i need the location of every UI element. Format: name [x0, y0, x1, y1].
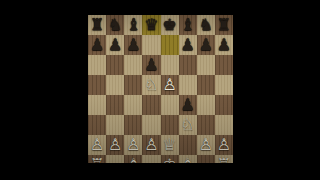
- square-h8[interactable]: ♜: [215, 15, 233, 35]
- square-d6[interactable]: ♟: [142, 55, 160, 75]
- square-f3[interactable]: ♘: [179, 115, 197, 135]
- piece-white-queen[interactable]: ♕: [161, 135, 179, 155]
- piece-white-pawn[interactable]: ♙: [142, 135, 160, 155]
- square-h6[interactable]: [215, 55, 233, 75]
- square-f1[interactable]: ♗: [179, 155, 197, 163]
- square-a3[interactable]: [88, 115, 106, 135]
- piece-black-queen[interactable]: ♛: [142, 15, 160, 35]
- square-e6[interactable]: [161, 55, 179, 75]
- square-b6[interactable]: [106, 55, 124, 75]
- piece-white-bishop[interactable]: ♗: [124, 155, 142, 163]
- square-c1[interactable]: ♗: [124, 155, 142, 163]
- square-f4[interactable]: ♟: [179, 95, 197, 115]
- piece-white-pawn[interactable]: ♙: [88, 135, 106, 155]
- square-e4[interactable]: [161, 95, 179, 115]
- square-d1[interactable]: [142, 155, 160, 163]
- square-a7[interactable]: ♟: [88, 35, 106, 55]
- video-frame-background: ♜♞♝♛♚♝♞♜♟♟♟♟♟♟♟♘♙♟♘♙♙♙♙♕♙♙♖♗♔♗♖: [0, 0, 320, 180]
- square-b1[interactable]: [106, 155, 124, 163]
- square-e3[interactable]: [161, 115, 179, 135]
- piece-black-pawn[interactable]: ♟: [106, 35, 124, 55]
- square-f8[interactable]: ♝: [179, 15, 197, 35]
- piece-black-pawn[interactable]: ♟: [179, 35, 197, 55]
- square-b5[interactable]: [106, 75, 124, 95]
- piece-black-pawn[interactable]: ♟: [88, 35, 106, 55]
- square-g6[interactable]: [197, 55, 215, 75]
- square-a1[interactable]: ♖: [88, 155, 106, 163]
- piece-white-pawn[interactable]: ♙: [197, 135, 215, 155]
- piece-white-knight[interactable]: ♘: [142, 75, 160, 95]
- piece-black-pawn[interactable]: ♟: [197, 35, 215, 55]
- square-e1[interactable]: ♔: [161, 155, 179, 163]
- square-g4[interactable]: [197, 95, 215, 115]
- square-e2[interactable]: ♕: [161, 135, 179, 155]
- square-h5[interactable]: [215, 75, 233, 95]
- square-b3[interactable]: [106, 115, 124, 135]
- square-e7[interactable]: [161, 35, 179, 55]
- square-a4[interactable]: [88, 95, 106, 115]
- piece-white-bishop[interactable]: ♗: [179, 155, 197, 163]
- square-c6[interactable]: [124, 55, 142, 75]
- piece-white-pawn[interactable]: ♙: [106, 135, 124, 155]
- piece-black-pawn[interactable]: ♟: [142, 55, 160, 75]
- piece-white-rook[interactable]: ♖: [215, 155, 233, 163]
- square-f6[interactable]: [179, 55, 197, 75]
- square-g5[interactable]: [197, 75, 215, 95]
- piece-black-knight[interactable]: ♞: [106, 15, 124, 35]
- piece-white-pawn[interactable]: ♙: [161, 75, 179, 95]
- square-h3[interactable]: [215, 115, 233, 135]
- square-c2[interactable]: ♙: [124, 135, 142, 155]
- square-b7[interactable]: ♟: [106, 35, 124, 55]
- square-g1[interactable]: [197, 155, 215, 163]
- square-g2[interactable]: ♙: [197, 135, 215, 155]
- piece-black-rook[interactable]: ♜: [88, 15, 106, 35]
- square-c7[interactable]: ♟: [124, 35, 142, 55]
- square-g3[interactable]: [197, 115, 215, 135]
- square-h4[interactable]: [215, 95, 233, 115]
- piece-black-rook[interactable]: ♜: [215, 15, 233, 35]
- piece-black-pawn[interactable]: ♟: [179, 95, 197, 115]
- square-c4[interactable]: [124, 95, 142, 115]
- square-f7[interactable]: ♟: [179, 35, 197, 55]
- piece-white-knight[interactable]: ♘: [179, 115, 197, 135]
- piece-black-pawn[interactable]: ♟: [215, 35, 233, 55]
- piece-black-pawn[interactable]: ♟: [124, 35, 142, 55]
- square-h7[interactable]: ♟: [215, 35, 233, 55]
- square-a8[interactable]: ♜: [88, 15, 106, 35]
- square-b2[interactable]: ♙: [106, 135, 124, 155]
- square-c3[interactable]: [124, 115, 142, 135]
- board-squares: ♜♞♝♛♚♝♞♜♟♟♟♟♟♟♟♘♙♟♘♙♙♙♙♕♙♙♖♗♔♗♖: [88, 15, 233, 163]
- square-e5[interactable]: ♙: [161, 75, 179, 95]
- square-e8[interactable]: ♚: [161, 15, 179, 35]
- chess-board: ♜♞♝♛♚♝♞♜♟♟♟♟♟♟♟♘♙♟♘♙♙♙♙♕♙♙♖♗♔♗♖: [88, 15, 233, 163]
- square-c5[interactable]: [124, 75, 142, 95]
- square-b8[interactable]: ♞: [106, 15, 124, 35]
- square-d4[interactable]: [142, 95, 160, 115]
- square-c8[interactable]: ♝: [124, 15, 142, 35]
- square-f2[interactable]: [179, 135, 197, 155]
- square-g8[interactable]: ♞: [197, 15, 215, 35]
- piece-black-bishop[interactable]: ♝: [179, 15, 197, 35]
- square-a6[interactable]: [88, 55, 106, 75]
- square-h1[interactable]: ♖: [215, 155, 233, 163]
- square-d7[interactable]: [142, 35, 160, 55]
- square-b4[interactable]: [106, 95, 124, 115]
- square-d8[interactable]: ♛: [142, 15, 160, 35]
- square-a2[interactable]: ♙: [88, 135, 106, 155]
- piece-white-king[interactable]: ♔: [161, 155, 179, 163]
- square-d5[interactable]: ♘: [142, 75, 160, 95]
- piece-black-knight[interactable]: ♞: [197, 15, 215, 35]
- square-d3[interactable]: [142, 115, 160, 135]
- square-d2[interactable]: ♙: [142, 135, 160, 155]
- square-h2[interactable]: ♙: [215, 135, 233, 155]
- piece-white-rook[interactable]: ♖: [88, 155, 106, 163]
- piece-white-pawn[interactable]: ♙: [124, 135, 142, 155]
- piece-black-bishop[interactable]: ♝: [124, 15, 142, 35]
- square-g7[interactable]: ♟: [197, 35, 215, 55]
- square-f5[interactable]: [179, 75, 197, 95]
- piece-white-pawn[interactable]: ♙: [215, 135, 233, 155]
- piece-black-king[interactable]: ♚: [161, 15, 179, 35]
- square-a5[interactable]: [88, 75, 106, 95]
